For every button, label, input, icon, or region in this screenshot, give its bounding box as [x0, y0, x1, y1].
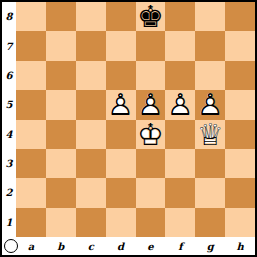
- white-pawn[interactable]: ♟♙: [136, 90, 166, 119]
- square-d2[interactable]: [106, 178, 136, 207]
- square-h8[interactable]: [225, 2, 255, 31]
- file-labels: abcdefgh: [16, 237, 255, 255]
- white-pawn[interactable]: ♟♙: [106, 90, 136, 119]
- square-b4[interactable]: [46, 120, 76, 149]
- square-e3[interactable]: [136, 149, 166, 178]
- rank-labels: 87654321: [2, 2, 16, 237]
- file-label-d: d: [106, 237, 136, 255]
- square-e7[interactable]: [136, 31, 166, 60]
- file-label-a: a: [16, 237, 46, 255]
- square-d1[interactable]: [106, 208, 136, 237]
- square-g6[interactable]: [195, 61, 225, 90]
- square-g2[interactable]: [195, 178, 225, 207]
- square-g3[interactable]: [195, 149, 225, 178]
- file-label-c: c: [76, 237, 106, 255]
- rank-label-6: 6: [2, 61, 16, 90]
- square-f7[interactable]: [165, 31, 195, 60]
- black-king-glyph: ♚: [136, 2, 166, 31]
- white-queen-outline: ♕: [195, 120, 225, 149]
- square-e1[interactable]: [136, 208, 166, 237]
- white-queen[interactable]: ♛♕: [195, 120, 225, 149]
- square-b8[interactable]: [46, 2, 76, 31]
- square-e6[interactable]: [136, 61, 166, 90]
- white-pawn-outline: ♙: [195, 90, 225, 119]
- square-d7[interactable]: [106, 31, 136, 60]
- square-a3[interactable]: [16, 149, 46, 178]
- white-pawn-outline: ♙: [136, 90, 166, 119]
- white-king-outline: ♔: [136, 120, 166, 149]
- square-c1[interactable]: [76, 208, 106, 237]
- square-a7[interactable]: [16, 31, 46, 60]
- square-b2[interactable]: [46, 178, 76, 207]
- rank-label-2: 2: [2, 178, 16, 207]
- square-a4[interactable]: [16, 120, 46, 149]
- square-d3[interactable]: [106, 149, 136, 178]
- file-label-e: e: [136, 237, 166, 255]
- square-g7[interactable]: [195, 31, 225, 60]
- square-a8[interactable]: [16, 2, 46, 31]
- square-h4[interactable]: [225, 120, 255, 149]
- square-h2[interactable]: [225, 178, 255, 207]
- square-h5[interactable]: [225, 90, 255, 119]
- square-d8[interactable]: [106, 2, 136, 31]
- file-label-h: h: [225, 237, 255, 255]
- square-c4[interactable]: [76, 120, 106, 149]
- square-a5[interactable]: [16, 90, 46, 119]
- square-g4[interactable]: ♛♕: [195, 120, 225, 149]
- file-label-f: f: [165, 237, 195, 255]
- square-d5[interactable]: ♟♙: [106, 90, 136, 119]
- square-e8[interactable]: ♚: [136, 2, 166, 31]
- square-b7[interactable]: [46, 31, 76, 60]
- chess-board: ♚♟♙♟♙♟♙♟♙♚♔♛♕: [16, 2, 255, 237]
- square-h3[interactable]: [225, 149, 255, 178]
- rank-label-8: 8: [2, 2, 16, 31]
- white-to-move-indicator: [4, 239, 18, 253]
- square-e5[interactable]: ♟♙: [136, 90, 166, 119]
- square-h7[interactable]: [225, 31, 255, 60]
- square-b5[interactable]: [46, 90, 76, 119]
- square-g1[interactable]: [195, 208, 225, 237]
- rank-label-3: 3: [2, 149, 16, 178]
- square-c3[interactable]: [76, 149, 106, 178]
- square-f5[interactable]: ♟♙: [165, 90, 195, 119]
- square-e2[interactable]: [136, 178, 166, 207]
- square-f2[interactable]: [165, 178, 195, 207]
- white-pawn[interactable]: ♟♙: [165, 90, 195, 119]
- white-king[interactable]: ♚♔: [136, 120, 166, 149]
- square-a2[interactable]: [16, 178, 46, 207]
- square-d4[interactable]: [106, 120, 136, 149]
- square-b3[interactable]: [46, 149, 76, 178]
- square-c6[interactable]: [76, 61, 106, 90]
- square-f8[interactable]: [165, 2, 195, 31]
- chess-diagram: 87654321 ♚♟♙♟♙♟♙♟♙♚♔♛♕ abcdefgh: [0, 0, 257, 257]
- square-h1[interactable]: [225, 208, 255, 237]
- square-c5[interactable]: [76, 90, 106, 119]
- square-h6[interactable]: [225, 61, 255, 90]
- rank-label-7: 7: [2, 31, 16, 60]
- rank-label-1: 1: [2, 208, 16, 237]
- square-a1[interactable]: [16, 208, 46, 237]
- square-g8[interactable]: [195, 2, 225, 31]
- square-g5[interactable]: ♟♙: [195, 90, 225, 119]
- square-c8[interactable]: [76, 2, 106, 31]
- white-pawn[interactable]: ♟♙: [195, 90, 225, 119]
- square-c2[interactable]: [76, 178, 106, 207]
- square-f1[interactable]: [165, 208, 195, 237]
- square-b1[interactable]: [46, 208, 76, 237]
- white-pawn-outline: ♙: [106, 90, 136, 119]
- file-label-g: g: [195, 237, 225, 255]
- square-a6[interactable]: [16, 61, 46, 90]
- square-f6[interactable]: [165, 61, 195, 90]
- square-f3[interactable]: [165, 149, 195, 178]
- square-e4[interactable]: ♚♔: [136, 120, 166, 149]
- rank-label-4: 4: [2, 120, 16, 149]
- square-d6[interactable]: [106, 61, 136, 90]
- rank-label-5: 5: [2, 90, 16, 119]
- square-c7[interactable]: [76, 31, 106, 60]
- black-king[interactable]: ♚: [136, 2, 166, 31]
- square-f4[interactable]: [165, 120, 195, 149]
- file-label-b: b: [46, 237, 76, 255]
- white-pawn-outline: ♙: [165, 90, 195, 119]
- square-b6[interactable]: [46, 61, 76, 90]
